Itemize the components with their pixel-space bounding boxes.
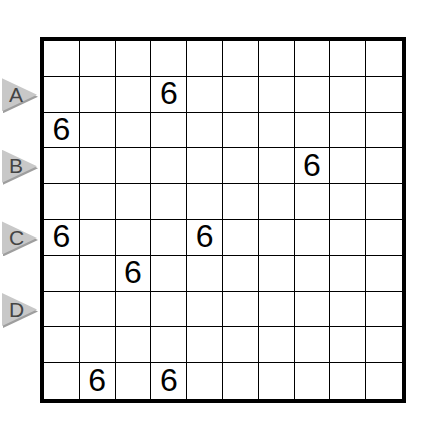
cell-r6c7 — [295, 256, 331, 292]
cell-r1c6 — [259, 77, 295, 113]
clue-number: 6 — [124, 256, 142, 288]
cell-r9c6 — [259, 363, 295, 399]
row-marker-label: C — [9, 227, 24, 248]
clue-cell-r5c0: 6 — [44, 220, 80, 256]
cell-r0c4 — [187, 41, 223, 77]
cell-r7c2 — [116, 292, 152, 328]
cell-r8c9 — [366, 327, 402, 363]
row-marker-d: D — [2, 293, 37, 326]
cell-r0c3 — [151, 41, 187, 77]
cell-r1c7 — [295, 77, 331, 113]
clue-number: 6 — [53, 113, 71, 145]
cell-r6c4 — [187, 256, 223, 292]
cell-r2c1 — [80, 113, 116, 149]
cell-r1c9 — [366, 77, 402, 113]
cell-r2c5 — [223, 113, 259, 149]
cell-r6c6 — [259, 256, 295, 292]
cell-r7c9 — [366, 292, 402, 328]
cell-r6c5 — [223, 256, 259, 292]
cell-r0c8 — [330, 41, 366, 77]
cell-r7c5 — [223, 292, 259, 328]
cell-r8c6 — [259, 327, 295, 363]
cell-r6c0 — [44, 256, 80, 292]
cell-r2c4 — [187, 113, 223, 149]
cell-r4c0 — [44, 184, 80, 220]
cell-r0c2 — [116, 41, 152, 77]
cell-r2c8 — [330, 113, 366, 149]
cell-r8c4 — [187, 327, 223, 363]
cell-r9c7 — [295, 363, 331, 399]
cell-r4c5 — [223, 184, 259, 220]
cell-r0c9 — [366, 41, 402, 77]
cell-r2c3 — [151, 113, 187, 149]
clue-cell-r9c3: 6 — [151, 363, 187, 399]
cell-r9c4 — [187, 363, 223, 399]
cell-r4c4 — [187, 184, 223, 220]
cell-r8c5 — [223, 327, 259, 363]
cell-r3c3 — [151, 148, 187, 184]
cell-r5c1 — [80, 220, 116, 256]
cell-r7c3 — [151, 292, 187, 328]
cell-r5c2 — [116, 220, 152, 256]
puzzle-grid: 66666666 — [40, 37, 406, 403]
cell-r8c0 — [44, 327, 80, 363]
cell-r4c7 — [295, 184, 331, 220]
cell-r5c7 — [295, 220, 331, 256]
row-marker-a: A — [2, 78, 37, 111]
cell-r2c6 — [259, 113, 295, 149]
cell-r2c9 — [366, 113, 402, 149]
cell-r4c8 — [330, 184, 366, 220]
cell-r4c2 — [116, 184, 152, 220]
cell-r4c6 — [259, 184, 295, 220]
cell-r3c1 — [80, 148, 116, 184]
clue-number: 6 — [303, 149, 321, 181]
cell-r5c5 — [223, 220, 259, 256]
clue-cell-r2c0: 6 — [44, 113, 80, 149]
cell-r1c2 — [116, 77, 152, 113]
row-marker-b: B — [2, 150, 37, 183]
clue-cell-r1c3: 6 — [151, 77, 187, 113]
clue-number: 6 — [88, 364, 106, 396]
cell-r9c5 — [223, 363, 259, 399]
cell-r2c7 — [295, 113, 331, 149]
cell-r7c6 — [259, 292, 295, 328]
clue-number: 6 — [53, 220, 71, 252]
cell-r6c3 — [151, 256, 187, 292]
cell-r1c0 — [44, 77, 80, 113]
cell-r4c9 — [366, 184, 402, 220]
clue-number: 6 — [160, 364, 178, 396]
cell-r3c2 — [116, 148, 152, 184]
cell-r0c1 — [80, 41, 116, 77]
cell-r7c4 — [187, 292, 223, 328]
cell-r0c0 — [44, 41, 80, 77]
clue-number: 6 — [160, 77, 178, 109]
cell-r8c2 — [116, 327, 152, 363]
cell-r3c9 — [366, 148, 402, 184]
cell-r8c1 — [80, 327, 116, 363]
row-marker-label: B — [9, 155, 23, 176]
clue-cell-r9c1: 6 — [80, 363, 116, 399]
cell-r8c7 — [295, 327, 331, 363]
cell-r6c8 — [330, 256, 366, 292]
cell-r3c4 — [187, 148, 223, 184]
cell-r0c6 — [259, 41, 295, 77]
cell-r5c9 — [366, 220, 402, 256]
cell-r7c0 — [44, 292, 80, 328]
cell-r9c0 — [44, 363, 80, 399]
clue-number: 6 — [196, 220, 214, 252]
cell-r7c1 — [80, 292, 116, 328]
cell-r7c7 — [295, 292, 331, 328]
cell-r1c8 — [330, 77, 366, 113]
cell-r8c8 — [330, 327, 366, 363]
cell-r2c2 — [116, 113, 152, 149]
clue-cell-r6c2: 6 — [116, 256, 152, 292]
row-marker-c: C — [2, 221, 37, 254]
cell-r8c3 — [151, 327, 187, 363]
cell-r4c3 — [151, 184, 187, 220]
cell-r9c8 — [330, 363, 366, 399]
row-marker-label: A — [9, 84, 23, 105]
cell-r0c7 — [295, 41, 331, 77]
cell-r5c8 — [330, 220, 366, 256]
cell-r5c3 — [151, 220, 187, 256]
cell-r6c1 — [80, 256, 116, 292]
row-marker-label: D — [9, 299, 24, 320]
clue-cell-r3c7: 6 — [295, 148, 331, 184]
cell-r3c0 — [44, 148, 80, 184]
cell-r4c1 — [80, 184, 116, 220]
cell-r7c8 — [330, 292, 366, 328]
cell-r1c4 — [187, 77, 223, 113]
puzzle-canvas: ABCD 66666666 — [0, 0, 444, 442]
cell-r9c2 — [116, 363, 152, 399]
cell-r1c5 — [223, 77, 259, 113]
cell-r1c1 — [80, 77, 116, 113]
clue-cell-r5c4: 6 — [187, 220, 223, 256]
cell-r3c6 — [259, 148, 295, 184]
cell-r3c5 — [223, 148, 259, 184]
cell-r6c9 — [366, 256, 402, 292]
cell-r0c5 — [223, 41, 259, 77]
cell-r5c6 — [259, 220, 295, 256]
cell-r9c9 — [366, 363, 402, 399]
cell-r3c8 — [330, 148, 366, 184]
